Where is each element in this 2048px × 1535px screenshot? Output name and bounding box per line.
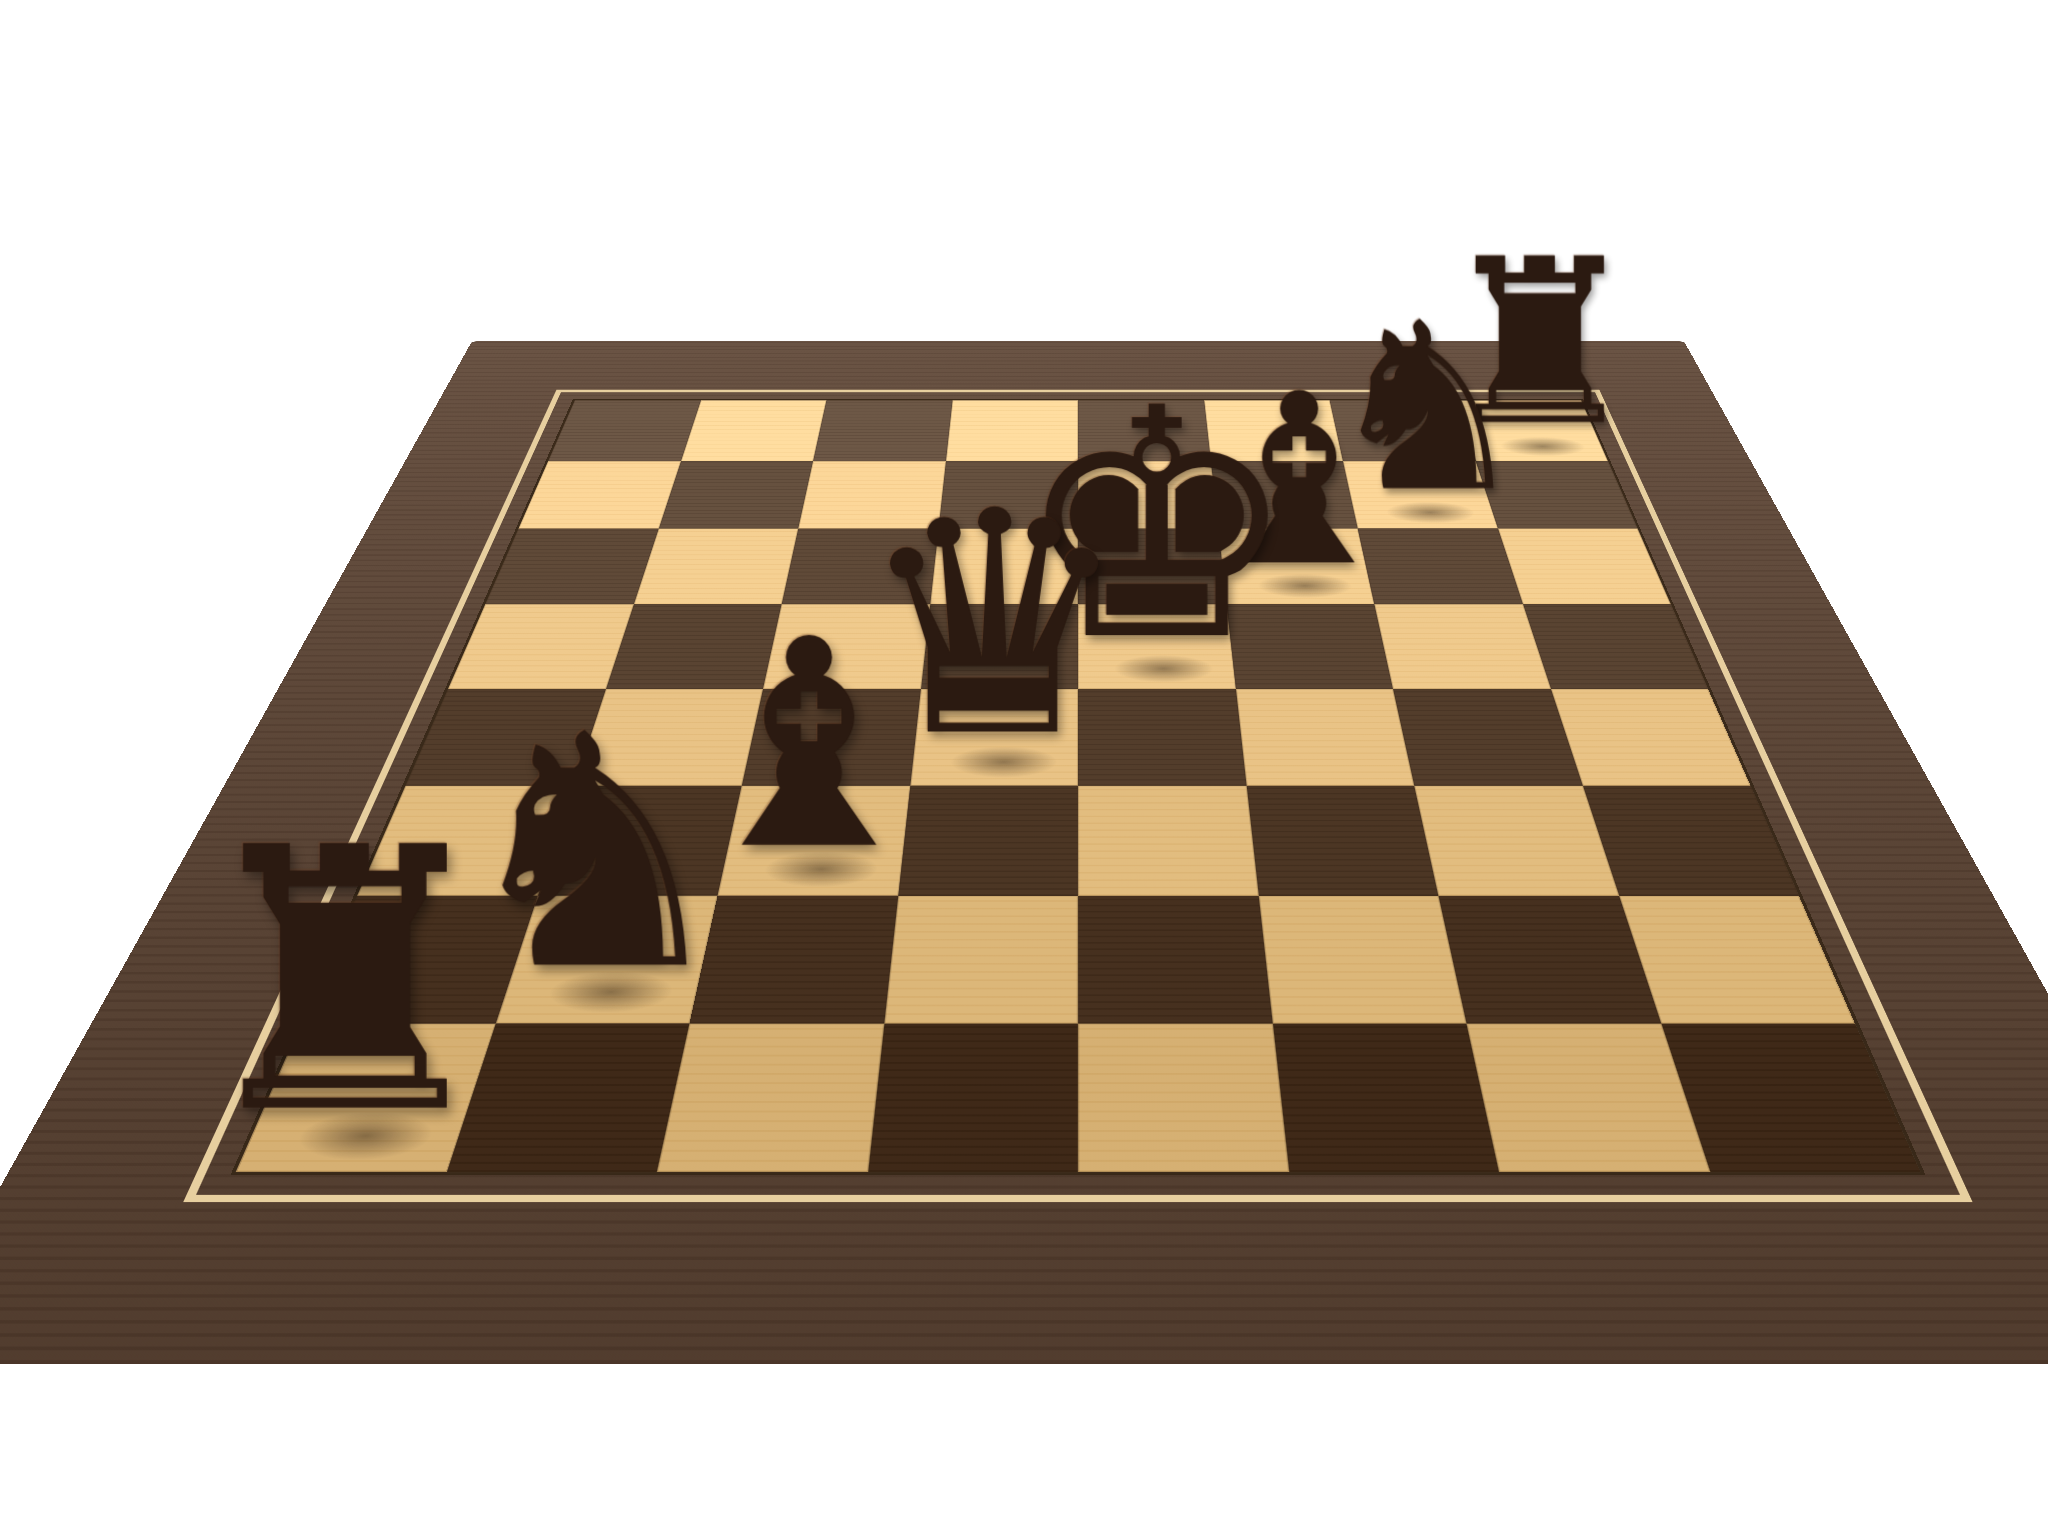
square-c8 — [813, 400, 952, 461]
square-h7 — [1475, 461, 1637, 528]
square-g8 — [1330, 400, 1476, 461]
square-e1 — [1078, 1023, 1289, 1172]
square-g1 — [1466, 1023, 1709, 1172]
square-f3 — [1246, 785, 1438, 895]
square-b5 — [606, 604, 782, 689]
square-h4 — [1551, 689, 1751, 785]
square-a4 — [406, 689, 606, 785]
chess-board: ♜♞♝♚♛♝♞♜ — [0, 341, 2048, 1363]
square-d8 — [946, 400, 1078, 461]
square-e4 — [1078, 689, 1246, 785]
square-h5 — [1522, 604, 1708, 689]
square-f8 — [1204, 400, 1343, 461]
square-a5 — [448, 604, 634, 689]
piece-shadow — [520, 965, 699, 1021]
chessboard-field: ♜♞♝♚♛♝♞♜ — [236, 400, 1920, 1172]
square-d7 — [938, 461, 1078, 528]
square-e5: ♚ — [1078, 604, 1236, 689]
piece-shadow — [931, 741, 1075, 783]
square-d6 — [930, 529, 1078, 604]
square-c2 — [690, 896, 898, 1023]
square-d3 — [898, 785, 1078, 895]
square-c4 — [742, 689, 921, 785]
square-b6 — [634, 529, 799, 604]
square-d5 — [921, 604, 1079, 689]
square-f6: ♝ — [1218, 529, 1374, 604]
square-h2 — [1619, 896, 1855, 1023]
square-a7 — [518, 461, 680, 528]
square-e2 — [1078, 896, 1272, 1023]
square-b4 — [574, 689, 763, 785]
square-b7 — [658, 461, 813, 528]
square-f2 — [1258, 896, 1466, 1023]
black-rook: ♜ — [1438, 229, 1642, 457]
square-e7 — [1078, 461, 1218, 528]
square-e6 — [1078, 529, 1226, 604]
square-g7: ♞ — [1343, 461, 1498, 528]
square-e3 — [1078, 785, 1258, 895]
piece-shadow — [740, 845, 900, 893]
square-c5 — [763, 604, 930, 689]
square-g5 — [1374, 604, 1550, 689]
square-f1 — [1272, 1023, 1499, 1172]
square-d2 — [884, 896, 1078, 1023]
piece-shadow — [1240, 570, 1371, 603]
square-b1 — [446, 1023, 689, 1172]
square-a3 — [357, 785, 574, 895]
square-e8 — [1078, 400, 1210, 461]
square-g6 — [1358, 529, 1523, 604]
piece-shadow — [263, 1104, 465, 1169]
square-c3: ♝ — [718, 785, 910, 895]
square-h8: ♜ — [1455, 400, 1607, 461]
photo-scene: ♜♞♝♚♛♝♞♜ — [0, 0, 2048, 1535]
piece-shadow — [1368, 498, 1495, 527]
piece-shadow — [1482, 434, 1605, 460]
square-h3 — [1582, 785, 1799, 895]
square-a2 — [301, 896, 537, 1023]
square-f5 — [1226, 604, 1393, 689]
square-h1 — [1661, 1023, 1921, 1172]
square-h6 — [1498, 529, 1671, 604]
square-c6 — [782, 529, 938, 604]
square-f4 — [1236, 689, 1415, 785]
square-a8 — [548, 400, 700, 461]
square-f7 — [1210, 461, 1357, 528]
piece-shadow — [1097, 650, 1233, 687]
square-d1 — [867, 1023, 1078, 1172]
square-g4 — [1393, 689, 1582, 785]
square-c1 — [657, 1023, 884, 1172]
square-b8 — [681, 400, 827, 461]
square-a1: ♜ — [236, 1023, 496, 1172]
square-d4: ♛ — [910, 689, 1078, 785]
square-c7 — [798, 461, 945, 528]
square-b3 — [537, 785, 741, 895]
square-a6 — [485, 529, 658, 604]
